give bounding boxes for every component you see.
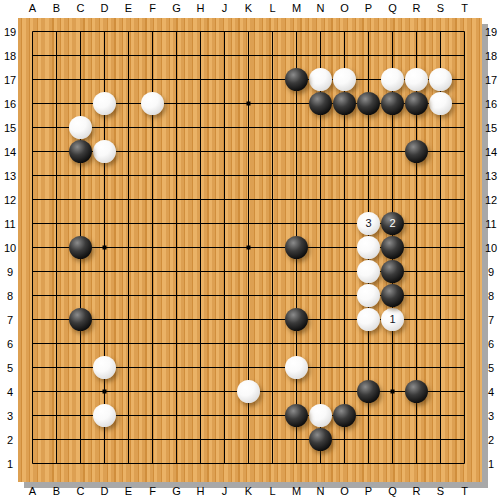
stone-white-Q7: 1 xyxy=(381,308,404,331)
coord-bottom-O: O xyxy=(340,485,349,497)
coord-right-1: 1 xyxy=(488,458,494,470)
coord-top-R: R xyxy=(413,2,421,14)
stone-white-D16 xyxy=(93,92,116,115)
stone-black-Q8 xyxy=(381,284,404,307)
stone-white-S17 xyxy=(429,68,452,91)
move-number-label: 2 xyxy=(389,218,395,229)
coord-top-H: H xyxy=(197,2,205,14)
coord-right-2: 2 xyxy=(488,434,494,446)
coord-left-10: 10 xyxy=(4,242,16,254)
coord-bottom-K: K xyxy=(245,485,252,497)
stone-white-S16 xyxy=(429,92,452,115)
stone-black-P4 xyxy=(357,380,380,403)
coord-top-E: E xyxy=(125,2,132,14)
move-number-label: 3 xyxy=(365,218,371,229)
coord-top-B: B xyxy=(53,2,60,14)
coord-right-11: 11 xyxy=(485,218,496,230)
go-board-screenshot: AABBCCDDEEFFGGHHJJKKLLMMNNOOPPQQRRSSTT19… xyxy=(0,0,500,500)
coord-left-2: 2 xyxy=(7,434,13,446)
stone-white-P9 xyxy=(357,260,380,283)
coord-bottom-S: S xyxy=(437,485,444,497)
coord-left-15: 15 xyxy=(4,122,16,134)
coord-right-18: 18 xyxy=(485,50,497,62)
coord-bottom-D: D xyxy=(101,485,109,497)
coord-top-Q: Q xyxy=(388,2,397,14)
coord-right-8: 8 xyxy=(488,290,494,302)
coord-left-13: 13 xyxy=(4,170,16,182)
coord-right-5: 5 xyxy=(488,362,494,374)
coord-top-D: D xyxy=(101,2,109,14)
stone-white-O17 xyxy=(333,68,356,91)
coord-right-16: 16 xyxy=(485,98,497,110)
stone-black-C14 xyxy=(69,140,92,163)
stone-black-O16 xyxy=(333,92,356,115)
stone-white-P11: 3 xyxy=(357,212,380,235)
coord-right-15: 15 xyxy=(485,122,497,134)
coord-right-10: 10 xyxy=(485,242,497,254)
coord-right-6: 6 xyxy=(488,338,494,350)
stone-black-Q9 xyxy=(381,260,404,283)
coord-bottom-J: J xyxy=(222,485,228,497)
stone-black-R14 xyxy=(405,140,428,163)
coord-bottom-N: N xyxy=(317,485,325,497)
stone-black-M7 xyxy=(285,308,308,331)
move-number-label: 1 xyxy=(389,314,395,325)
coord-top-C: C xyxy=(77,2,85,14)
coord-left-17: 17 xyxy=(4,74,16,86)
coord-top-O: O xyxy=(340,2,349,14)
coord-top-K: K xyxy=(245,2,252,14)
coord-left-5: 5 xyxy=(7,362,13,374)
stone-white-N17 xyxy=(309,68,332,91)
coord-right-14: 14 xyxy=(485,146,497,158)
stone-white-D14 xyxy=(93,140,116,163)
stone-black-M17 xyxy=(285,68,308,91)
coord-left-1: 1 xyxy=(7,458,13,470)
coord-right-17: 17 xyxy=(485,74,497,86)
coord-left-7: 7 xyxy=(7,314,13,326)
coord-bottom-F: F xyxy=(149,485,156,497)
stone-black-R16 xyxy=(405,92,428,115)
coord-bottom-M: M xyxy=(292,485,301,497)
stone-black-C10 xyxy=(69,236,92,259)
coord-top-P: P xyxy=(365,2,372,14)
coord-right-4: 4 xyxy=(488,386,494,398)
coord-top-J: J xyxy=(222,2,228,14)
stone-black-P16 xyxy=(357,92,380,115)
coord-left-16: 16 xyxy=(4,98,16,110)
coord-bottom-T: T xyxy=(461,485,468,497)
coord-top-N: N xyxy=(317,2,325,14)
coord-left-14: 14 xyxy=(4,146,16,158)
coord-left-9: 9 xyxy=(7,266,13,278)
coord-right-7: 7 xyxy=(488,314,494,326)
coord-right-13: 13 xyxy=(485,170,497,182)
coord-left-11: 11 xyxy=(4,218,15,230)
stone-black-R4 xyxy=(405,380,428,403)
coord-top-M: M xyxy=(292,2,301,14)
coord-bottom-C: C xyxy=(77,485,85,497)
coord-bottom-G: G xyxy=(172,485,181,497)
coord-right-3: 3 xyxy=(488,410,494,422)
coord-right-19: 19 xyxy=(485,26,497,38)
coord-right-12: 12 xyxy=(485,194,497,206)
stone-black-M3 xyxy=(285,404,308,427)
coord-bottom-A: A xyxy=(29,485,36,497)
stone-white-P7 xyxy=(357,308,380,331)
stone-black-Q10 xyxy=(381,236,404,259)
coord-left-6: 6 xyxy=(7,338,13,350)
coord-left-18: 18 xyxy=(4,50,16,62)
stone-black-O3 xyxy=(333,404,356,427)
stone-white-D3 xyxy=(93,404,116,427)
stone-white-P10 xyxy=(357,236,380,259)
stone-black-N2 xyxy=(309,428,332,451)
coord-left-8: 8 xyxy=(7,290,13,302)
coord-right-9: 9 xyxy=(488,266,494,278)
coord-top-A: A xyxy=(29,2,36,14)
stone-white-R17 xyxy=(405,68,428,91)
stone-white-M5 xyxy=(285,356,308,379)
coord-left-3: 3 xyxy=(7,410,13,422)
stone-white-F16 xyxy=(141,92,164,115)
coord-left-12: 12 xyxy=(4,194,16,206)
coord-top-F: F xyxy=(149,2,156,14)
coord-bottom-H: H xyxy=(197,485,205,497)
stone-black-Q16 xyxy=(381,92,404,115)
coord-bottom-L: L xyxy=(269,485,275,497)
coord-top-T: T xyxy=(461,2,468,14)
coord-bottom-P: P xyxy=(365,485,372,497)
stone-white-P8 xyxy=(357,284,380,307)
coord-top-G: G xyxy=(172,2,181,14)
coord-bottom-E: E xyxy=(125,485,132,497)
coord-left-4: 4 xyxy=(7,386,13,398)
coord-top-S: S xyxy=(437,2,444,14)
stone-black-Q11: 2 xyxy=(381,212,404,235)
coord-left-19: 19 xyxy=(4,26,16,38)
coord-bottom-Q: Q xyxy=(388,485,397,497)
stone-white-K4 xyxy=(237,380,260,403)
coord-top-L: L xyxy=(269,2,275,14)
coord-bottom-R: R xyxy=(413,485,421,497)
stone-black-M10 xyxy=(285,236,308,259)
stone-black-C7 xyxy=(69,308,92,331)
coord-bottom-B: B xyxy=(53,485,60,497)
stone-white-C15 xyxy=(69,116,92,139)
stone-white-N3 xyxy=(309,404,332,427)
stone-white-Q17 xyxy=(381,68,404,91)
stone-black-N16 xyxy=(309,92,332,115)
stone-white-D5 xyxy=(93,356,116,379)
